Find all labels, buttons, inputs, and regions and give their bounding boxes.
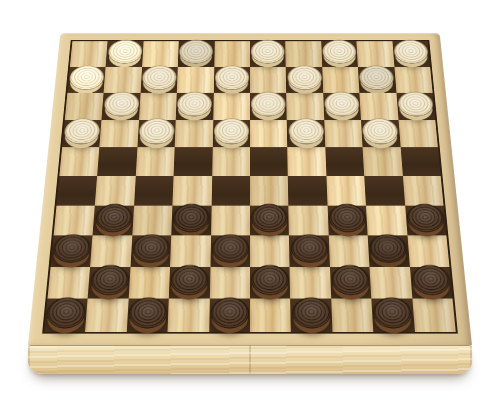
checker-piece-light[interactable]: ⛀ bbox=[139, 118, 175, 144]
checkers-board: ⛀⛀⛀⛀⛀⛀⛀⛀⛀⛀⛀⛀⛀⛀⛀⛀⛀⛀⛀⛀⛂⛂⛂⛂⛂⛂⛂⛂⛂⛂⛂⛂⛂⛂⛂⛂⛂⛂⛂⛂ bbox=[28, 33, 472, 345]
checker-piece-light[interactable]: ⛀ bbox=[359, 65, 395, 89]
checker-piece-dark[interactable]: ⛂ bbox=[369, 234, 408, 263]
board-square[interactable] bbox=[97, 147, 137, 175]
board-square bbox=[47, 267, 90, 299]
checker-piece-dark[interactable]: ⛂ bbox=[173, 204, 210, 232]
checker-piece-dark[interactable]: ⛂ bbox=[210, 297, 249, 328]
board-grid: ⛀⛀⛀⛀⛀⛀⛀⛀⛀⛀⛀⛀⛀⛀⛀⛀⛀⛀⛀⛀⛂⛂⛂⛂⛂⛂⛂⛂⛂⛂⛂⛂⛂⛂⛂⛂⛂⛂⛂⛂ bbox=[42, 40, 458, 334]
board-square[interactable] bbox=[288, 176, 327, 205]
checker-piece-dark[interactable]: ⛂ bbox=[128, 297, 168, 328]
board-square[interactable] bbox=[56, 176, 97, 205]
checker-piece-light[interactable]: ⛀ bbox=[214, 118, 249, 144]
checker-piece-dark[interactable]: ⛂ bbox=[52, 234, 92, 263]
checkers-board-perspective-wrap: ⛀⛀⛀⛀⛀⛀⛀⛀⛀⛀⛀⛀⛀⛀⛀⛀⛀⛀⛀⛀⛂⛂⛂⛂⛂⛂⛂⛂⛂⛂⛂⛂⛂⛂⛂⛂⛂⛂⛂⛂ bbox=[28, 33, 472, 345]
board-square[interactable]: ⛂ bbox=[127, 299, 169, 332]
board-square bbox=[85, 299, 128, 332]
board-square bbox=[324, 120, 363, 148]
board-square[interactable]: ⛀ bbox=[287, 120, 325, 148]
board-square[interactable] bbox=[325, 147, 364, 175]
checker-piece-dark[interactable]: ⛂ bbox=[406, 204, 445, 232]
board-square bbox=[142, 41, 179, 66]
board-square[interactable]: ⛀ bbox=[212, 120, 250, 148]
board-square bbox=[139, 93, 177, 120]
checker-piece-dark[interactable]: ⛂ bbox=[328, 204, 366, 232]
board-square[interactable]: ⛂ bbox=[130, 236, 171, 267]
board-square bbox=[177, 67, 214, 93]
checker-piece-dark[interactable]: ⛂ bbox=[251, 265, 289, 295]
board-square bbox=[213, 93, 250, 120]
checker-piece-dark[interactable]: ⛂ bbox=[290, 234, 328, 263]
checker-piece-dark[interactable]: ⛂ bbox=[292, 297, 331, 328]
board-square[interactable]: ⛀ bbox=[176, 93, 214, 120]
board-square bbox=[128, 267, 170, 299]
board-square bbox=[357, 41, 395, 66]
board-square bbox=[403, 176, 444, 205]
board-square bbox=[100, 120, 139, 148]
board-square bbox=[59, 147, 99, 175]
product-photo-scene: ⛀⛀⛀⛀⛀⛀⛀⛀⛀⛀⛀⛀⛀⛀⛀⛀⛀⛀⛀⛀⛂⛂⛂⛂⛂⛂⛂⛂⛂⛂⛂⛂⛂⛂⛂⛂⛂⛂⛂⛂ bbox=[0, 0, 500, 396]
board-square[interactable] bbox=[134, 176, 174, 205]
checker-piece-dark[interactable]: ⛂ bbox=[373, 297, 413, 328]
checker-piece-light[interactable]: ⛀ bbox=[64, 118, 101, 144]
board-square[interactable]: ⛂ bbox=[169, 267, 210, 299]
board-square[interactable]: ⛂ bbox=[51, 236, 93, 267]
board-square[interactable]: ⛀ bbox=[137, 120, 176, 148]
board-square bbox=[214, 41, 250, 66]
board-square[interactable]: ⛀ bbox=[62, 120, 102, 148]
board-square bbox=[95, 176, 135, 205]
board-square bbox=[170, 236, 210, 267]
board-square[interactable]: ⛂ bbox=[368, 236, 410, 267]
board-square[interactable]: ⛂ bbox=[290, 299, 332, 332]
checker-piece-light[interactable]: ⛀ bbox=[324, 92, 360, 117]
board-square[interactable]: ⛀ bbox=[361, 120, 400, 148]
checker-piece-dark[interactable]: ⛂ bbox=[89, 265, 129, 295]
board-square bbox=[287, 93, 325, 120]
board-square bbox=[407, 236, 449, 267]
board-square bbox=[175, 120, 213, 148]
checker-piece-light[interactable]: ⛀ bbox=[215, 65, 249, 89]
board-square bbox=[90, 236, 132, 267]
board-square bbox=[132, 205, 172, 235]
board-square[interactable]: ⛂ bbox=[410, 267, 453, 299]
board-square[interactable] bbox=[364, 176, 404, 205]
board-square[interactable] bbox=[211, 176, 250, 205]
board-square[interactable]: ⛀ bbox=[140, 67, 178, 93]
board-square[interactable]: ⛀ bbox=[67, 67, 106, 93]
board-square bbox=[173, 176, 212, 205]
board-square[interactable] bbox=[250, 147, 288, 175]
board-front-edge bbox=[28, 345, 472, 374]
board-square[interactable]: ⛀ bbox=[321, 41, 358, 66]
checker-piece-light[interactable]: ⛀ bbox=[362, 118, 399, 144]
board-square bbox=[54, 205, 96, 235]
board-square[interactable]: ⛀ bbox=[250, 93, 287, 120]
board-square[interactable]: ⛀ bbox=[358, 67, 396, 93]
board-square[interactable]: ⛂ bbox=[171, 205, 211, 235]
board-square[interactable]: ⛂ bbox=[327, 205, 367, 235]
checker-piece-dark[interactable]: ⛂ bbox=[132, 234, 171, 263]
checker-piece-light[interactable]: ⛀ bbox=[287, 65, 322, 89]
board-square[interactable]: ⛂ bbox=[250, 205, 289, 235]
board-square bbox=[366, 205, 407, 235]
board-square bbox=[326, 176, 366, 205]
checker-piece-dark[interactable]: ⛂ bbox=[211, 234, 248, 263]
board-square bbox=[65, 93, 104, 120]
board-square bbox=[394, 67, 433, 93]
board-square[interactable]: ⛀ bbox=[213, 67, 250, 93]
board-square[interactable]: ⛂ bbox=[44, 299, 88, 332]
board-square[interactable]: ⛀ bbox=[323, 93, 361, 120]
board-square[interactable]: ⛂ bbox=[210, 236, 250, 267]
board-square bbox=[250, 176, 289, 205]
board-square[interactable]: ⛂ bbox=[372, 299, 415, 332]
board-square[interactable]: ⛀ bbox=[392, 41, 430, 66]
checker-piece-light[interactable]: ⛀ bbox=[251, 40, 285, 64]
board-square[interactable]: ⛀ bbox=[286, 67, 323, 93]
board-square[interactable] bbox=[174, 147, 213, 175]
checker-piece-dark[interactable]: ⛂ bbox=[411, 265, 451, 295]
checker-piece-light[interactable]: ⛀ bbox=[322, 40, 357, 64]
board-square bbox=[398, 120, 438, 148]
board-square bbox=[288, 147, 327, 175]
checker-piece-light[interactable]: ⛀ bbox=[288, 118, 324, 144]
board-square bbox=[211, 205, 250, 235]
checker-piece-dark[interactable]: ⛂ bbox=[331, 265, 370, 295]
board-square bbox=[322, 67, 360, 93]
board-square bbox=[250, 299, 291, 332]
board-square bbox=[209, 267, 250, 299]
board-square bbox=[289, 205, 329, 235]
board-square[interactable]: ⛂ bbox=[405, 205, 447, 235]
board-square[interactable]: ⛀ bbox=[178, 41, 215, 66]
board-square[interactable]: ⛀ bbox=[106, 41, 144, 66]
board-square[interactable]: ⛂ bbox=[93, 205, 134, 235]
checker-piece-dark[interactable]: ⛂ bbox=[94, 204, 133, 232]
board-square[interactable]: ⛂ bbox=[289, 236, 329, 267]
board-square bbox=[331, 299, 373, 332]
board-square bbox=[168, 299, 210, 332]
checker-piece-light[interactable]: ⛀ bbox=[179, 40, 213, 64]
board-square bbox=[70, 41, 108, 66]
checker-piece-dark[interactable]: ⛂ bbox=[46, 297, 87, 328]
board-square[interactable]: ⛀ bbox=[250, 41, 286, 66]
board-square[interactable]: ⛂ bbox=[330, 267, 372, 299]
board-square bbox=[286, 41, 323, 66]
board-square bbox=[290, 267, 331, 299]
board-square bbox=[412, 299, 456, 332]
board-square[interactable]: ⛂ bbox=[250, 267, 290, 299]
checker-piece-light[interactable]: ⛀ bbox=[103, 92, 139, 117]
board-square bbox=[250, 120, 288, 148]
board-square[interactable]: ⛀ bbox=[396, 93, 435, 120]
board-square bbox=[250, 236, 290, 267]
checker-piece-light[interactable]: ⛀ bbox=[393, 40, 429, 64]
board-square bbox=[329, 236, 370, 267]
board-square bbox=[104, 67, 142, 93]
board-square[interactable]: ⛂ bbox=[209, 299, 250, 332]
board-square[interactable]: ⛀ bbox=[102, 93, 141, 120]
board-square bbox=[370, 267, 412, 299]
board-square bbox=[212, 147, 250, 175]
board-square[interactable]: ⛂ bbox=[88, 267, 130, 299]
checker-piece-light[interactable]: ⛀ bbox=[397, 92, 434, 117]
checker-piece-light[interactable]: ⛀ bbox=[69, 65, 105, 89]
checker-piece-light[interactable]: ⛀ bbox=[251, 92, 286, 117]
checker-piece-dark[interactable]: ⛂ bbox=[251, 204, 288, 232]
checker-piece-dark[interactable]: ⛂ bbox=[170, 265, 209, 295]
board-square bbox=[360, 93, 399, 120]
checker-piece-light[interactable]: ⛀ bbox=[107, 40, 142, 64]
checker-piece-light[interactable]: ⛀ bbox=[142, 65, 177, 89]
checker-piece-light[interactable]: ⛀ bbox=[177, 92, 212, 117]
board-square[interactable] bbox=[400, 147, 440, 175]
board-square bbox=[363, 147, 403, 175]
board-square bbox=[250, 67, 287, 93]
board-square bbox=[136, 147, 175, 175]
